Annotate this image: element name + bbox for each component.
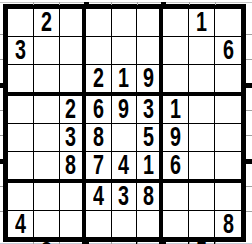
given-digit: 6	[223, 37, 234, 64]
cell-r3c4[interactable]: 2	[86, 65, 112, 96]
cell-r6c4[interactable]: 7	[86, 152, 112, 183]
cell-r4c5[interactable]: 9	[112, 96, 138, 124]
cell-r5c6[interactable]: 5	[137, 124, 163, 152]
cell-r5c8[interactable]	[189, 124, 215, 152]
cell-r6c1[interactable]	[8, 152, 34, 183]
cell-r8c1[interactable]: 4	[8, 211, 34, 239]
given-digit: 3	[118, 183, 129, 210]
cell-r4c4[interactable]: 6	[86, 96, 112, 124]
cell-r4c3[interactable]: 2	[60, 96, 86, 124]
cell-r8c5[interactable]	[112, 211, 138, 239]
given-digit: 6	[93, 96, 104, 123]
row-line-tick-right	[246, 211, 252, 212]
cell-r9c1[interactable]	[8, 239, 34, 244]
cell-r5c2[interactable]	[34, 124, 60, 152]
cell-r2c8[interactable]	[189, 37, 215, 65]
cell-r7c3[interactable]	[60, 183, 86, 211]
given-digit: 6	[170, 152, 181, 179]
cell-r6c2[interactable]	[34, 152, 60, 183]
cell-r2c1[interactable]: 3	[8, 37, 34, 65]
given-digit: 2	[93, 65, 104, 92]
cell-r6c5[interactable]: 4	[112, 152, 138, 183]
col-line-tick-top	[189, 2, 190, 5]
cell-r3c7[interactable]	[163, 65, 189, 96]
row-line-tick-left	[0, 211, 3, 212]
cell-r2c9[interactable]: 6	[215, 37, 241, 65]
cell-r7c1[interactable]	[8, 183, 34, 211]
cell-r9c6[interactable]	[137, 239, 163, 244]
col-line-tick-top	[59, 2, 60, 5]
given-digit: 1	[170, 96, 181, 123]
row-line-tick-right	[246, 83, 252, 88]
cell-r1c6[interactable]	[137, 9, 163, 37]
cell-r5c7[interactable]: 9	[163, 124, 189, 152]
col-line-tick-top	[111, 2, 112, 5]
row-line-tick-left	[0, 83, 3, 88]
cell-r7c9[interactable]	[215, 183, 241, 211]
given-digit: 4	[15, 211, 26, 238]
cell-r3c9[interactable]	[215, 65, 241, 96]
given-digit: 9	[170, 124, 181, 151]
cell-r9c3[interactable]	[60, 239, 86, 244]
row-line-tick-left	[0, 159, 3, 164]
cell-r1c1[interactable]	[8, 9, 34, 37]
cell-r7c2[interactable]	[34, 183, 60, 211]
row-line-tick-right	[246, 135, 252, 136]
cell-r7c8[interactable]	[189, 183, 215, 211]
col-line-tick-top	[33, 2, 34, 5]
given-digit: 3	[143, 96, 154, 123]
given-digit: 3	[65, 124, 76, 151]
row-line-tick-right	[246, 110, 252, 111]
cell-r7c5[interactable]: 3	[112, 183, 138, 211]
cell-r9c7[interactable]	[163, 239, 189, 244]
cell-r9c5[interactable]	[112, 239, 138, 244]
cell-r1c4[interactable]	[86, 9, 112, 37]
cell-r9c4[interactable]	[86, 239, 112, 244]
row-line-tick-right	[246, 34, 252, 35]
cell-r2c7[interactable]	[163, 37, 189, 65]
col-line-tick-top	[84, 2, 89, 5]
cell-r3c2[interactable]	[34, 65, 60, 96]
row-line-tick-left	[0, 59, 3, 60]
cell-r6c3[interactable]: 8	[60, 152, 86, 183]
cell-r1c3[interactable]	[60, 9, 86, 37]
cell-r3c6[interactable]: 9	[137, 65, 163, 96]
cell-r2c4[interactable]	[86, 37, 112, 65]
row-line-tick-right	[246, 186, 252, 187]
given-digit: 1	[118, 65, 129, 92]
cell-r8c7[interactable]	[163, 211, 189, 239]
cell-r1c9[interactable]	[215, 9, 241, 37]
cell-r3c8[interactable]	[189, 65, 215, 96]
cell-r2c5[interactable]	[112, 37, 138, 65]
cell-r4c2[interactable]	[34, 96, 60, 124]
cell-r4c8[interactable]	[189, 96, 215, 124]
given-digit: 2	[41, 9, 52, 36]
given-digit: 5	[143, 124, 154, 151]
cell-r3c3[interactable]	[60, 65, 86, 96]
cell-r8c4[interactable]	[86, 211, 112, 239]
given-digit: 9	[118, 96, 129, 123]
cell-r2c6[interactable]	[137, 37, 163, 65]
given-digit: 8	[143, 183, 154, 210]
row-line-tick-left	[0, 135, 3, 136]
cell-r1c7[interactable]	[163, 9, 189, 37]
cell-r6c9[interactable]	[215, 152, 241, 183]
cell-r1c8[interactable]: 1	[189, 9, 215, 37]
cell-r8c8[interactable]	[189, 211, 215, 239]
cell-r2c2[interactable]	[34, 37, 60, 65]
cell-r8c6[interactable]	[137, 211, 163, 239]
cell-r7c4[interactable]: 4	[86, 183, 112, 211]
cell-r8c9[interactable]: 8	[215, 211, 241, 239]
cell-r5c1[interactable]	[8, 124, 34, 152]
cell-r3c1[interactable]	[8, 65, 34, 96]
row-line-tick-left	[0, 110, 3, 111]
given-digit: 8	[65, 152, 76, 179]
cell-r7c7[interactable]	[163, 183, 189, 211]
cell-r6c8[interactable]	[189, 152, 215, 183]
given-digit: 4	[93, 183, 104, 210]
cell-r6c7[interactable]: 6	[163, 152, 189, 183]
cell-r4c9[interactable]	[215, 96, 241, 124]
cell-r9c9[interactable]	[215, 239, 241, 244]
cell-r4c1[interactable]	[8, 96, 34, 124]
cell-r4c6[interactable]: 3	[137, 96, 163, 124]
cell-r6c6[interactable]: 1	[137, 152, 163, 183]
cell-r2c3[interactable]	[60, 37, 86, 65]
col-line-tick-top	[137, 2, 138, 5]
sudoku-board: 2136219269313859874164384885	[3, 4, 246, 242]
cell-r9c2[interactable]: 8	[34, 239, 60, 244]
cell-r9c8[interactable]: 5	[189, 239, 215, 244]
cell-r5c9[interactable]	[215, 124, 241, 152]
given-digit: 4	[118, 152, 129, 179]
given-digit: 3	[15, 37, 26, 64]
given-digit: 2	[65, 96, 76, 123]
given-digit: 8	[41, 239, 52, 244]
given-digit: 1	[143, 152, 154, 179]
cell-r4c7[interactable]: 1	[163, 96, 189, 124]
given-digit: 1	[196, 9, 207, 36]
col-line-tick-top	[215, 2, 216, 5]
cell-r7c6[interactable]: 8	[137, 183, 163, 211]
given-digit: 5	[196, 239, 207, 244]
given-digit: 9	[143, 65, 154, 92]
cell-r5c3[interactable]: 3	[60, 124, 86, 152]
row-line-tick-left	[0, 186, 3, 187]
cell-r1c5[interactable]	[112, 9, 138, 37]
given-digit: 8	[223, 211, 234, 238]
sudoku-screenshot: 2136219269313859874164384885	[0, 0, 252, 244]
cell-r5c4[interactable]: 8	[86, 124, 112, 152]
cell-r3c5[interactable]: 1	[112, 65, 138, 96]
cell-r1c2[interactable]: 2	[34, 9, 60, 37]
cell-r8c2[interactable]	[34, 211, 60, 239]
given-digit: 8	[93, 124, 104, 151]
row-line-tick-right	[246, 159, 252, 164]
row-line-tick-left	[0, 34, 3, 35]
cell-r5c5[interactable]	[112, 124, 138, 152]
col-line-tick-top	[161, 2, 166, 5]
cell-r8c3[interactable]	[60, 211, 86, 239]
given-digit: 7	[93, 152, 104, 179]
row-line-tick-right	[246, 59, 252, 60]
